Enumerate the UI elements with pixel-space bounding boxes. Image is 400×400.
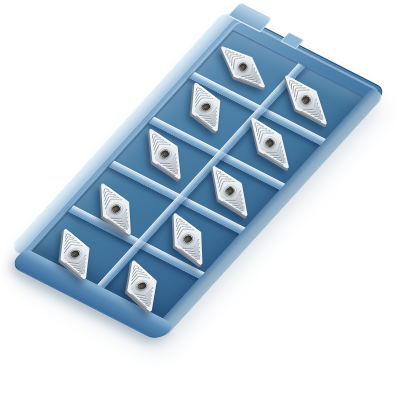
insert-box [15,14,388,337]
box-lid-tab [228,2,273,33]
box-latch [280,32,304,49]
product-photo [0,0,400,400]
